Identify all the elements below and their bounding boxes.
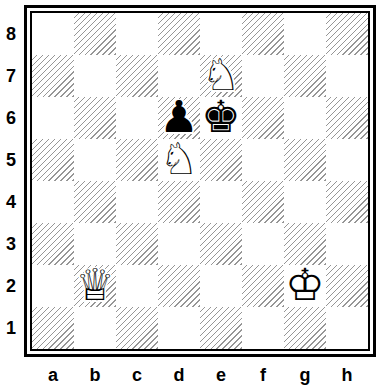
square-d5[interactable]: ♞♘: [158, 139, 200, 181]
file-label-b: b: [74, 363, 116, 387]
file-label-c: c: [116, 363, 158, 387]
rank-labels: 87654321: [0, 13, 22, 349]
file-label-d: d: [158, 363, 200, 387]
square-h1[interactable]: [326, 307, 368, 349]
square-b6[interactable]: [74, 97, 116, 139]
square-f1[interactable]: [242, 307, 284, 349]
chess-diagram: 87654321 ♞♘♟♚♞♘♛♕♚♔ abcdefgh: [0, 0, 386, 391]
black-king-e6[interactable]: ♚: [200, 97, 242, 139]
square-a1[interactable]: [32, 307, 74, 349]
square-c6[interactable]: [116, 97, 158, 139]
square-c4[interactable]: [116, 181, 158, 223]
square-g7[interactable]: [284, 55, 326, 97]
square-b1[interactable]: [74, 307, 116, 349]
file-label-e: e: [200, 363, 242, 387]
square-c8[interactable]: [116, 13, 158, 55]
square-h4[interactable]: [326, 181, 368, 223]
square-a3[interactable]: [32, 223, 74, 265]
rank-label-6: 6: [0, 97, 22, 139]
black-king-icon: ♚: [200, 97, 242, 139]
square-a5[interactable]: [32, 139, 74, 181]
square-g4[interactable]: [284, 181, 326, 223]
square-a4[interactable]: [32, 181, 74, 223]
square-a6[interactable]: [32, 97, 74, 139]
square-h8[interactable]: [326, 13, 368, 55]
square-d1[interactable]: [158, 307, 200, 349]
square-d8[interactable]: [158, 13, 200, 55]
board-border: ♞♘♟♚♞♘♛♕♚♔: [24, 5, 376, 357]
white-king-icon: ♔: [284, 265, 326, 307]
square-e6[interactable]: ♚: [200, 97, 242, 139]
square-c3[interactable]: [116, 223, 158, 265]
square-d4[interactable]: [158, 181, 200, 223]
square-e2[interactable]: [200, 265, 242, 307]
square-h3[interactable]: [326, 223, 368, 265]
square-e5[interactable]: [200, 139, 242, 181]
board-inner-border: ♞♘♟♚♞♘♛♕♚♔: [30, 11, 370, 351]
square-c1[interactable]: [116, 307, 158, 349]
file-label-h: h: [326, 363, 368, 387]
square-b2[interactable]: ♛♕: [74, 265, 116, 307]
square-f2[interactable]: [242, 265, 284, 307]
rank-label-4: 4: [0, 181, 22, 223]
square-b8[interactable]: [74, 13, 116, 55]
rank-label-5: 5: [0, 139, 22, 181]
square-b5[interactable]: [74, 139, 116, 181]
file-labels: abcdefgh: [32, 363, 368, 387]
square-f8[interactable]: [242, 13, 284, 55]
chess-board: ♞♘♟♚♞♘♛♕♚♔: [32, 13, 368, 349]
square-g1[interactable]: [284, 307, 326, 349]
square-g2[interactable]: ♚♔: [284, 265, 326, 307]
square-h6[interactable]: [326, 97, 368, 139]
square-e1[interactable]: [200, 307, 242, 349]
square-g6[interactable]: [284, 97, 326, 139]
square-a8[interactable]: [32, 13, 74, 55]
white-queen-icon: ♕: [74, 265, 116, 307]
square-f5[interactable]: [242, 139, 284, 181]
square-e4[interactable]: [200, 181, 242, 223]
rank-label-8: 8: [0, 13, 22, 55]
square-h2[interactable]: [326, 265, 368, 307]
square-c2[interactable]: [116, 265, 158, 307]
rank-label-7: 7: [0, 55, 22, 97]
square-e3[interactable]: [200, 223, 242, 265]
square-a7[interactable]: [32, 55, 74, 97]
square-d2[interactable]: [158, 265, 200, 307]
rank-label-1: 1: [0, 307, 22, 349]
square-g8[interactable]: [284, 13, 326, 55]
square-b7[interactable]: [74, 55, 116, 97]
square-h5[interactable]: [326, 139, 368, 181]
square-g5[interactable]: [284, 139, 326, 181]
file-label-g: g: [284, 363, 326, 387]
square-c7[interactable]: [116, 55, 158, 97]
white-queen-b2[interactable]: ♛♕: [74, 265, 116, 307]
square-h7[interactable]: [326, 55, 368, 97]
square-f4[interactable]: [242, 181, 284, 223]
file-label-f: f: [242, 363, 284, 387]
square-b4[interactable]: [74, 181, 116, 223]
square-f6[interactable]: [242, 97, 284, 139]
square-c5[interactable]: [116, 139, 158, 181]
square-d3[interactable]: [158, 223, 200, 265]
square-f7[interactable]: [242, 55, 284, 97]
rank-label-3: 3: [0, 223, 22, 265]
white-knight-d5[interactable]: ♞♘: [158, 139, 200, 181]
white-knight-icon: ♘: [158, 139, 200, 181]
rank-label-2: 2: [0, 265, 22, 307]
square-a2[interactable]: [32, 265, 74, 307]
file-label-a: a: [32, 363, 74, 387]
square-f3[interactable]: [242, 223, 284, 265]
white-king-g2[interactable]: ♚♔: [284, 265, 326, 307]
